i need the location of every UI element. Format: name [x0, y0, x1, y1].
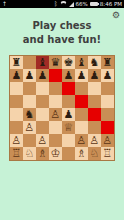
square-h4[interactable]	[101, 108, 114, 121]
white-pawn: ♙	[12, 134, 22, 147]
square-e4[interactable]: ♟	[62, 108, 75, 121]
black-queen: ♛	[51, 56, 61, 69]
square-g4[interactable]	[88, 108, 101, 121]
square-f7[interactable]: ♟	[75, 69, 88, 82]
white-bishop: ♗	[38, 147, 48, 160]
square-h1[interactable]: ♖	[101, 147, 114, 160]
square-e1[interactable]	[62, 147, 75, 160]
white-rook: ♖	[103, 147, 113, 160]
black-rook: ♜	[12, 56, 22, 69]
black-knight: ♞	[25, 108, 35, 121]
square-d8[interactable]: ♛	[49, 56, 62, 69]
square-e5[interactable]	[62, 95, 75, 108]
white-pawn: ♙	[51, 108, 61, 121]
white-queen: ♕	[64, 121, 74, 134]
square-c3[interactable]	[36, 121, 49, 134]
square-a6[interactable]	[10, 82, 23, 95]
square-g3[interactable]	[88, 121, 101, 134]
square-b5[interactable]	[23, 95, 36, 108]
square-a8[interactable]: ♜	[10, 56, 23, 69]
square-h7[interactable]: ♟	[101, 69, 114, 82]
square-f2[interactable]: ♙	[75, 134, 88, 147]
square-d2[interactable]	[49, 134, 62, 147]
signal-icon	[69, 2, 74, 7]
upload-arrow-icon: ↑	[2, 0, 7, 8]
black-pawn: ♟	[38, 69, 48, 82]
white-rook: ♖	[12, 147, 22, 160]
white-pawn: ♙	[38, 134, 48, 147]
square-d3[interactable]	[49, 121, 62, 134]
square-d6[interactable]	[49, 82, 62, 95]
square-b2[interactable]	[23, 134, 36, 147]
square-b4[interactable]: ♞	[23, 108, 36, 121]
white-pawn: ♙	[103, 134, 113, 147]
black-bishop: ♝	[77, 56, 87, 69]
black-pawn: ♟	[103, 69, 113, 82]
white-knight: ♘	[25, 147, 35, 160]
white-bishop: ♗	[77, 147, 87, 160]
square-e8[interactable]: ♚	[62, 56, 75, 69]
square-g5[interactable]	[88, 95, 101, 108]
status-bar: ↑ ᛒ 66% 8:46 PM	[0, 0, 124, 8]
title-line-2: and have fun!	[0, 33, 124, 47]
square-a1[interactable]: ♖	[10, 147, 23, 160]
square-e7[interactable]: ♟	[62, 69, 75, 82]
square-b8[interactable]	[23, 56, 36, 69]
black-knight: ♞	[90, 56, 100, 69]
square-b7[interactable]: ♟	[23, 69, 36, 82]
white-pawn: ♙	[25, 121, 35, 134]
square-a4[interactable]	[10, 108, 23, 121]
square-d7[interactable]	[49, 69, 62, 82]
wifi-icon	[60, 1, 67, 9]
square-d4[interactable]: ♙	[49, 108, 62, 121]
square-e3[interactable]: ♕	[62, 121, 75, 134]
square-b6[interactable]	[23, 82, 36, 95]
app-title: Play chess and have fun!	[0, 19, 124, 46]
clock: 8:46 PM	[100, 0, 122, 8]
battery-percent: 66%	[76, 0, 88, 8]
white-knight: ♘	[90, 147, 100, 160]
square-c6[interactable]	[36, 82, 49, 95]
square-g7[interactable]: ♟	[88, 69, 101, 82]
title-line-1: Play chess	[0, 19, 124, 33]
bluetooth-icon: ᛒ	[54, 0, 58, 8]
square-h2[interactable]: ♙	[101, 134, 114, 147]
black-pawn: ♟	[90, 69, 100, 82]
square-c2[interactable]: ♙	[36, 134, 49, 147]
square-c8[interactable]: ♝	[36, 56, 49, 69]
square-g6[interactable]	[88, 82, 101, 95]
square-e2[interactable]	[62, 134, 75, 147]
square-a3[interactable]	[10, 121, 23, 134]
white-king: ♔	[51, 147, 61, 160]
square-c4[interactable]	[36, 108, 49, 121]
square-h3[interactable]	[101, 121, 114, 134]
black-pawn: ♟	[64, 69, 74, 82]
square-c1[interactable]: ♗	[36, 147, 49, 160]
black-rook: ♜	[103, 56, 113, 69]
square-h6[interactable]	[101, 82, 114, 95]
square-c7[interactable]: ♟	[36, 69, 49, 82]
chess-board: ♜♝♛♚♝♞♜♟♟♟♟♟♟♟♞♙♟♙♕♙♙♙♙♙♖♘♗♔♗♘♖	[10, 56, 114, 160]
square-g2[interactable]: ♙	[88, 134, 101, 147]
square-d1[interactable]: ♔	[49, 147, 62, 160]
square-f1[interactable]: ♗	[75, 147, 88, 160]
black-pawn: ♟	[64, 108, 74, 121]
square-h8[interactable]: ♜	[101, 56, 114, 69]
black-bishop: ♝	[38, 56, 48, 69]
square-f4[interactable]	[75, 108, 88, 121]
square-f3[interactable]	[75, 121, 88, 134]
black-pawn: ♟	[25, 69, 35, 82]
square-e6[interactable]	[62, 82, 75, 95]
square-f6[interactable]	[75, 82, 88, 95]
square-a2[interactable]: ♙	[10, 134, 23, 147]
square-b3[interactable]: ♙	[23, 121, 36, 134]
square-a7[interactable]: ♟	[10, 69, 23, 82]
square-d5[interactable]	[49, 95, 62, 108]
square-f8[interactable]: ♝	[75, 56, 88, 69]
square-g1[interactable]: ♘	[88, 147, 101, 160]
square-h5[interactable]	[101, 95, 114, 108]
battery-icon	[90, 2, 98, 6]
white-pawn: ♙	[77, 134, 87, 147]
white-pawn: ♙	[90, 134, 100, 147]
black-pawn: ♟	[77, 69, 87, 82]
square-b1[interactable]: ♘	[23, 147, 36, 160]
square-g8[interactable]: ♞	[88, 56, 101, 69]
square-a5[interactable]	[10, 95, 23, 108]
black-king: ♚	[64, 56, 74, 69]
square-c5[interactable]	[36, 95, 49, 108]
black-pawn: ♟	[12, 69, 22, 82]
square-f5[interactable]	[75, 95, 88, 108]
